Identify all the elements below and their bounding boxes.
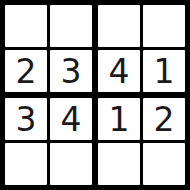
cell-r0-c3[interactable] bbox=[143, 5, 185, 47]
sudoku-board: 2 3 4 1 3 4 1 2 bbox=[0, 0, 190, 190]
cell-r2-c0[interactable]: 3 bbox=[5, 98, 47, 140]
cell-r1-c3[interactable]: 1 bbox=[143, 50, 185, 92]
box-top-left: 2 3 bbox=[5, 5, 92, 92]
cell-r3-c0[interactable] bbox=[5, 143, 47, 185]
cell-r1-c2[interactable]: 4 bbox=[98, 50, 140, 92]
cell-r3-c2[interactable] bbox=[98, 143, 140, 185]
cell-r3-c1[interactable] bbox=[50, 143, 92, 185]
cell-r1-c1[interactable]: 3 bbox=[50, 50, 92, 92]
box-bottom-right: 1 2 bbox=[98, 98, 185, 185]
box-top-right: 4 1 bbox=[98, 5, 185, 92]
cell-r3-c3[interactable] bbox=[143, 143, 185, 185]
box-bottom-left: 3 4 bbox=[5, 98, 92, 185]
cell-r2-c3[interactable]: 2 bbox=[143, 98, 185, 140]
cell-r0-c2[interactable] bbox=[98, 5, 140, 47]
cell-r2-c1[interactable]: 4 bbox=[50, 98, 92, 140]
cell-r0-c0[interactable] bbox=[5, 5, 47, 47]
cell-r0-c1[interactable] bbox=[50, 5, 92, 47]
cell-r1-c0[interactable]: 2 bbox=[5, 50, 47, 92]
cell-r2-c2[interactable]: 1 bbox=[98, 98, 140, 140]
